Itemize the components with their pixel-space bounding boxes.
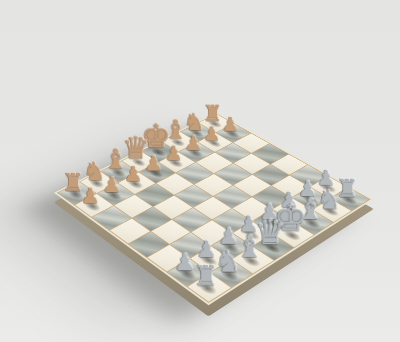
piece-contact-shadow: [261, 241, 284, 256]
chess-board: ♜♟♟♜♞♟♟♞♝♟♟♝♚♟♟♚♛♟♟♛♝♟♟♝♞♟♟♞♜♟♟♜: [54, 112, 374, 305]
wood-knight: ♞: [83, 159, 106, 185]
piece-contact-shadow: [280, 204, 302, 217]
piece-contact-shadow: [299, 193, 321, 206]
piece-contact-shadow: [149, 147, 168, 158]
piece-contact-shadow: [196, 281, 220, 297]
piece-contact-shadow: [281, 228, 304, 242]
piece-contact-shadow: [320, 205, 342, 218]
piece-contact-shadow: [82, 200, 103, 213]
piece-contact-shadow: [125, 178, 145, 190]
piece-contact-shadow: [129, 156, 149, 167]
piece-contact-shadow: [197, 253, 220, 268]
piece-contact-shadow: [218, 267, 241, 283]
square-r5c0: ♝: [101, 161, 137, 182]
piece-contact-shadow: [87, 177, 107, 189]
chess-set-photo: ♜♟♟♜♞♟♟♞♝♟♟♝♚♟♟♚♛♟♟♛♝♟♟♝♞♟♟♞♜♟♟♜: [0, 0, 400, 342]
piece-contact-shadow: [240, 227, 262, 241]
piece-contact-shadow: [185, 147, 205, 158]
piece-contact-shadow: [168, 137, 187, 148]
piece-contact-shadow: [166, 157, 186, 169]
piece-contact-shadow: [338, 193, 360, 206]
piece-contact-shadow: [65, 188, 85, 201]
piece-contact-shadow: [219, 240, 241, 254]
square-r6c0: ♞: [80, 172, 117, 194]
board-3d-wrapper: ♜♟♟♜♞♟♟♞♝♟♟♝♚♟♟♚♛♟♟♛♝♟♟♝♞♟♟♞♜♟♟♜: [54, 112, 374, 305]
piece-contact-shadow: [187, 128, 206, 139]
piece-contact-shadow: [108, 167, 128, 179]
piece-contact-shadow: [146, 167, 166, 179]
piece-contact-shadow: [240, 254, 263, 269]
piece-contact-shadow: [222, 128, 241, 139]
piece-contact-shadow: [204, 138, 223, 149]
piece-contact-shadow: [104, 189, 124, 202]
piece-contact-shadow: [175, 266, 198, 281]
piece-contact-shadow: [260, 215, 282, 229]
piece-contact-shadow: [205, 119, 224, 129]
